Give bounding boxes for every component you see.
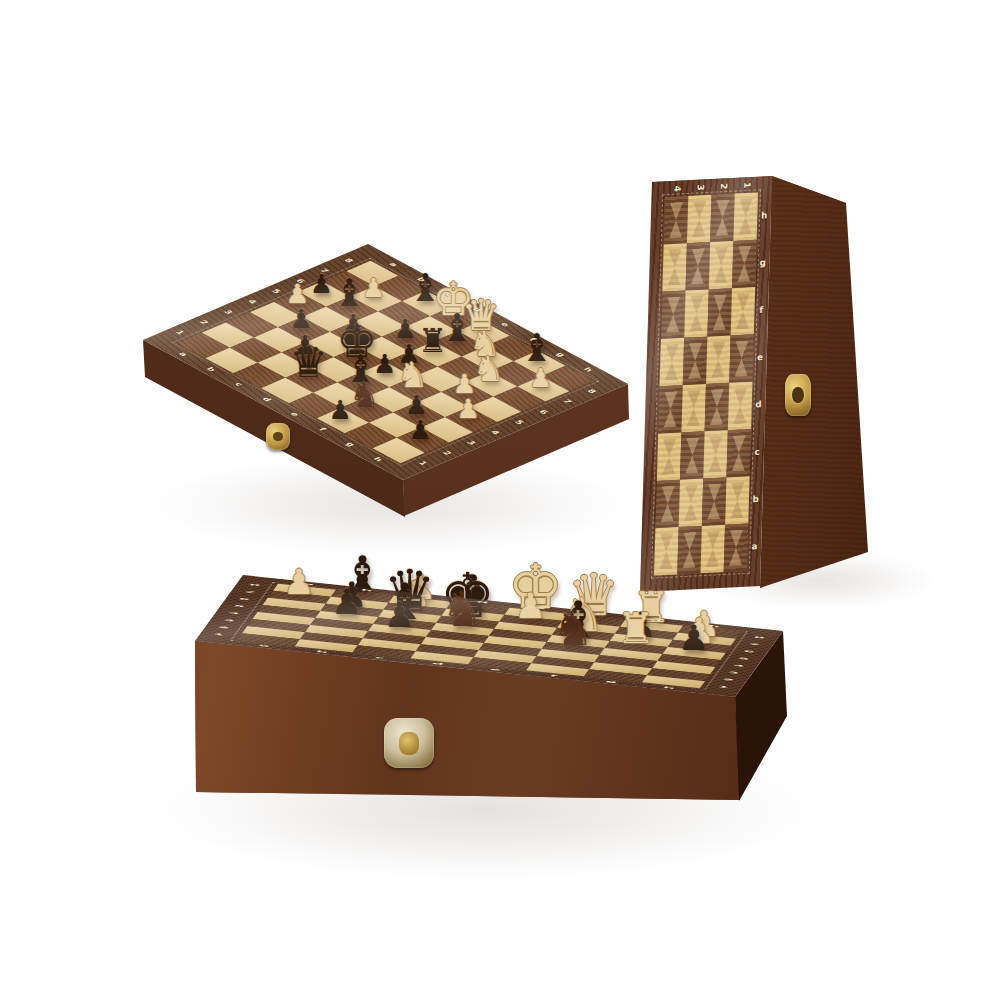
coord-label: 8 — [248, 584, 261, 587]
exterior-square — [662, 243, 687, 291]
exterior-square — [731, 287, 756, 335]
exterior-square — [687, 195, 712, 243]
coord-label: 2 — [722, 678, 735, 681]
coord-label: 1 — [417, 461, 429, 467]
brass-latch-icon — [785, 374, 811, 416]
exterior-square — [660, 338, 685, 386]
standing-box-side-panel — [0, 0, 1000, 1000]
coord-label: 1 — [174, 330, 186, 336]
exterior-square — [658, 385, 683, 433]
top-board-box-side-left — [0, 0, 1000, 1000]
coord-label: d — [260, 396, 272, 402]
exterior-square — [728, 382, 753, 430]
coord-label: d — [476, 601, 489, 604]
exterior-square — [700, 525, 725, 573]
coord-label: a — [258, 644, 270, 647]
coord-label: d — [431, 662, 444, 665]
coord-label: 6 — [537, 409, 549, 415]
exterior-square — [707, 288, 732, 336]
bottom-box-front-face — [0, 0, 1000, 1000]
folded-box-exterior-board: 4321hgfedcba — [640, 176, 772, 592]
coord-label: 7 — [243, 591, 256, 594]
exterior-square — [725, 476, 750, 524]
coord-label: f — [759, 306, 763, 315]
coord-label: 6 — [238, 598, 251, 601]
coord-label: h — [761, 211, 767, 220]
coord-label: d — [755, 400, 762, 409]
bottom-board-squares: ♝♟♚♛♜♟♟♝♟♟♟♛♚♞♟♟♟♝♞♝♜♟♟♞ — [237, 584, 741, 689]
coord-label: 3 — [223, 619, 236, 622]
piece-white-p-c7: ♟ — [399, 577, 430, 612]
exterior-square — [729, 334, 754, 382]
exterior-square — [705, 383, 730, 431]
coord-label: h — [372, 456, 384, 462]
coord-label: g — [344, 441, 356, 447]
exterior-square — [655, 480, 680, 528]
coord-label: 7 — [561, 399, 573, 405]
coord-label: b — [360, 589, 373, 592]
piece-white-p-a7: ♟ — [283, 565, 314, 600]
exterior-square — [702, 477, 727, 525]
exterior-square — [683, 337, 708, 385]
coord-label: c — [754, 448, 759, 457]
coord-label: 2 — [441, 450, 453, 456]
brass-swing-latch-icon — [384, 718, 434, 768]
coord-label: 1 — [742, 182, 751, 189]
closed-box-chess-board: ♝♟♚♛♜♟♟♝♟♟♟♛♚♞♟♟♟♝♞♝♜♟♟♞ aa11bb22cc33dd4… — [195, 575, 783, 697]
coord-label: 3 — [465, 440, 477, 446]
exterior-square — [726, 429, 751, 477]
coord-label: 1 — [212, 633, 225, 636]
exterior-square — [680, 431, 705, 479]
piece-white-p-e7: ♟ — [515, 589, 546, 624]
coord-label: a — [387, 262, 399, 268]
exterior-square — [661, 291, 686, 339]
top-board-squares: ♝♚♛♝♟♝♞♟♟♝♟♜♞♟♟♟♟♟♚♟♞♟♟♝♟♛♞♟♟ — [178, 261, 594, 463]
coord-label: 5 — [270, 289, 282, 295]
coord-label: 2 — [719, 183, 728, 190]
coord-label: b — [205, 366, 217, 372]
coord-label: e — [288, 412, 300, 418]
piece-white-q-f8: ♛ — [567, 566, 619, 624]
exterior-square — [679, 479, 704, 527]
piece-white-r-g8: ♜ — [633, 587, 671, 629]
exterior-square — [681, 384, 706, 432]
coord-label: a — [751, 542, 757, 551]
coord-label: b — [415, 277, 427, 283]
exterior-square — [654, 527, 679, 575]
chess-set-product-photo: ♝♚♛♝♟♝♞♟♟♝♟♜♞♟♟♟♟♟♚♟♞♟♟♝♟♛♞♟♟ aa11bb22cc… — [0, 0, 1000, 1000]
coord-label: 4 — [228, 612, 241, 615]
coord-label: e — [499, 322, 511, 328]
coord-label: g — [554, 352, 566, 358]
coord-label: 3 — [696, 184, 705, 191]
coord-label: 3 — [222, 309, 234, 315]
coord-label: 5 — [233, 605, 246, 608]
piece-white-p-h7: ♟ — [688, 607, 719, 642]
coord-label: h — [582, 367, 594, 373]
coord-label: 4 — [246, 299, 258, 305]
exterior-square — [664, 196, 689, 244]
exterior-square — [677, 526, 702, 574]
top-board-box-side-right — [0, 0, 1000, 1000]
coord-label: 6 — [294, 278, 306, 284]
exterior-square — [657, 432, 682, 480]
exterior-square — [733, 192, 758, 240]
exterior-square — [709, 241, 734, 289]
exterior-square — [732, 240, 757, 288]
coord-label: d — [471, 307, 483, 313]
coord-label: g — [650, 619, 663, 622]
coord-label: h — [707, 625, 720, 628]
coord-label: 5 — [738, 657, 751, 660]
coord-label: 3 — [727, 671, 740, 674]
open-chess-board: ♝♚♛♝♟♝♞♟♟♝♟♜♞♟♟♟♟♟♚♟♞♟♟♝♟♛♞♟♟ aa11bb22cc… — [143, 244, 628, 480]
piece-white-p-c8: ♟ — [404, 570, 435, 605]
brass-clasp-icon — [266, 423, 290, 450]
coord-label: b — [753, 495, 760, 504]
exterior-square — [724, 524, 749, 572]
exterior-square — [706, 336, 731, 384]
coord-label: 8 — [753, 636, 766, 639]
coord-label: f — [317, 427, 327, 432]
coord-label: e — [489, 668, 501, 671]
coord-label: 5 — [513, 419, 525, 425]
bottom-box-right-face — [0, 0, 1000, 1000]
coord-label: 4 — [732, 664, 745, 667]
coord-label: f — [527, 337, 537, 342]
coord-label: f — [594, 613, 602, 616]
coord-label: a — [177, 352, 189, 358]
coord-label: g — [605, 680, 618, 683]
coord-label: 4 — [672, 185, 681, 192]
coord-label: g — [759, 258, 766, 267]
piece-white-b-b8: ♝ — [340, 550, 385, 600]
coord-label: c — [233, 382, 244, 387]
coord-label: 7 — [318, 268, 330, 274]
exterior-square — [703, 430, 728, 478]
coord-label: 4 — [489, 430, 501, 436]
coord-label: c — [419, 595, 430, 598]
coord-label: 2 — [217, 626, 230, 629]
piece-white-k-e8: ♚ — [508, 556, 564, 618]
drop-shadow — [155, 740, 815, 880]
coord-label: 7 — [748, 643, 761, 646]
standing-board-squares — [654, 192, 758, 575]
coord-label: e — [534, 607, 546, 610]
coord-label: 6 — [743, 650, 756, 653]
coord-label: f — [549, 674, 557, 677]
standing-box-top-edge — [0, 0, 1000, 1000]
coord-label: c — [443, 292, 454, 297]
coord-label: 2 — [198, 319, 210, 325]
exterior-square — [710, 194, 735, 242]
coord-label: b — [315, 650, 328, 653]
coord-label: h — [663, 686, 676, 689]
coord-label: 8 — [585, 389, 597, 395]
coord-label: 8 — [342, 258, 354, 264]
exterior-square — [684, 289, 709, 337]
exterior-square — [686, 242, 711, 290]
coord-label: a — [303, 583, 315, 586]
coord-label: e — [757, 353, 763, 362]
coord-label: 1 — [717, 685, 730, 688]
coord-label: c — [374, 656, 385, 659]
